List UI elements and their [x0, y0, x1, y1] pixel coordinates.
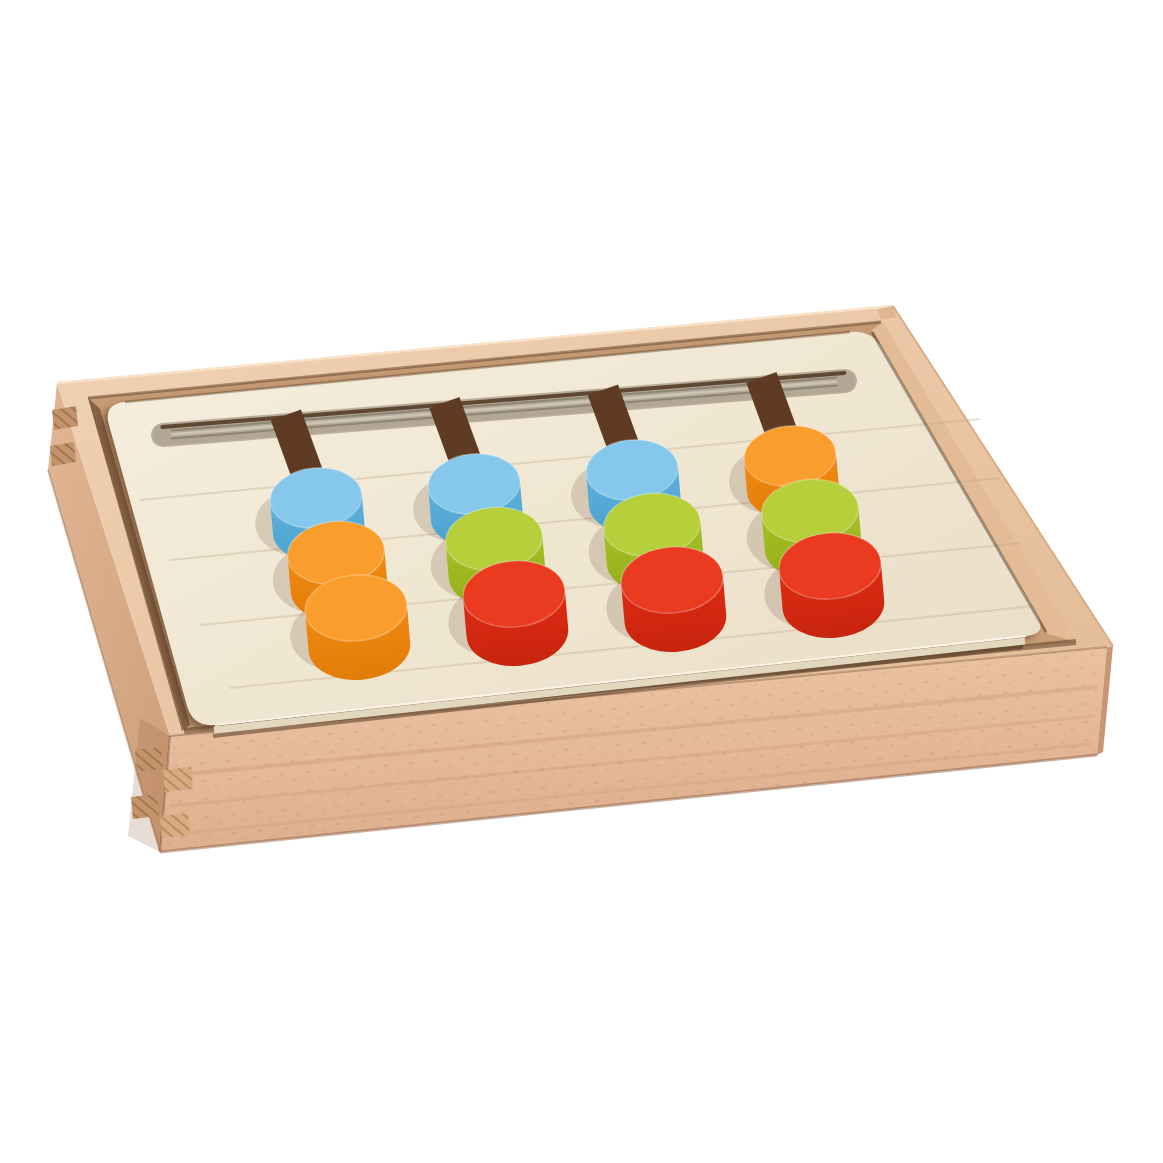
product-photo-stage: [0, 0, 1163, 1163]
wooden-slide-puzzle-photo: [0, 0, 1163, 1163]
